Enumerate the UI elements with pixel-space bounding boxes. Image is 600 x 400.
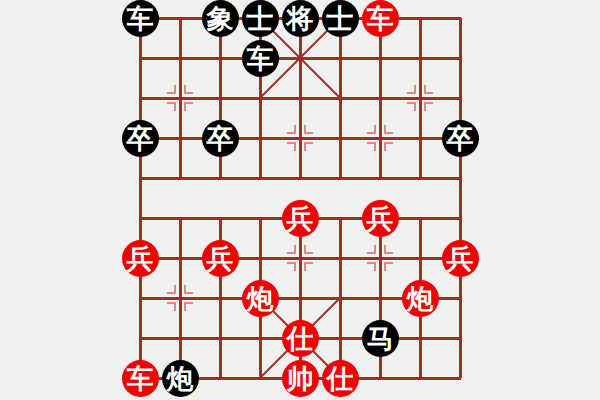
piece-red-advisor[interactable]: 仕 xyxy=(282,320,319,357)
piece-black-king[interactable]: 将 xyxy=(282,0,319,37)
piece-red-pawn[interactable]: 兵 xyxy=(202,240,239,277)
piece-red-pawn[interactable]: 兵 xyxy=(122,240,159,277)
xiangqi-board: 车象士将士车车卒卒卒兵兵兵兵兵炮炮仕马车炮帅仕 xyxy=(0,0,600,400)
piece-black-pawn[interactable]: 卒 xyxy=(202,120,239,157)
piece-black-pawn[interactable]: 卒 xyxy=(122,120,159,157)
piece-black-advisor[interactable]: 士 xyxy=(242,0,279,37)
piece-black-chariot[interactable]: 车 xyxy=(122,0,159,37)
piece-black-cannon[interactable]: 炮 xyxy=(162,360,199,397)
piece-red-chariot[interactable]: 车 xyxy=(122,360,159,397)
piece-black-chariot[interactable]: 车 xyxy=(242,40,279,77)
piece-red-pawn[interactable]: 兵 xyxy=(442,240,479,277)
piece-black-horse[interactable]: 马 xyxy=(362,320,399,357)
piece-red-king[interactable]: 帅 xyxy=(282,360,319,397)
piece-black-elephant[interactable]: 象 xyxy=(202,0,239,37)
piece-black-pawn[interactable]: 卒 xyxy=(442,120,479,157)
piece-red-chariot[interactable]: 车 xyxy=(362,0,399,37)
piece-black-advisor[interactable]: 士 xyxy=(322,0,359,37)
piece-red-advisor[interactable]: 仕 xyxy=(322,360,359,397)
piece-red-pawn[interactable]: 兵 xyxy=(362,200,399,237)
piece-red-cannon[interactable]: 炮 xyxy=(402,280,439,317)
piece-red-cannon[interactable]: 炮 xyxy=(242,280,279,317)
board-intersections-grid: 车象士将士车车卒卒卒兵兵兵兵兵炮炮仕马车炮帅仕 xyxy=(120,0,480,398)
piece-red-pawn[interactable]: 兵 xyxy=(282,200,319,237)
